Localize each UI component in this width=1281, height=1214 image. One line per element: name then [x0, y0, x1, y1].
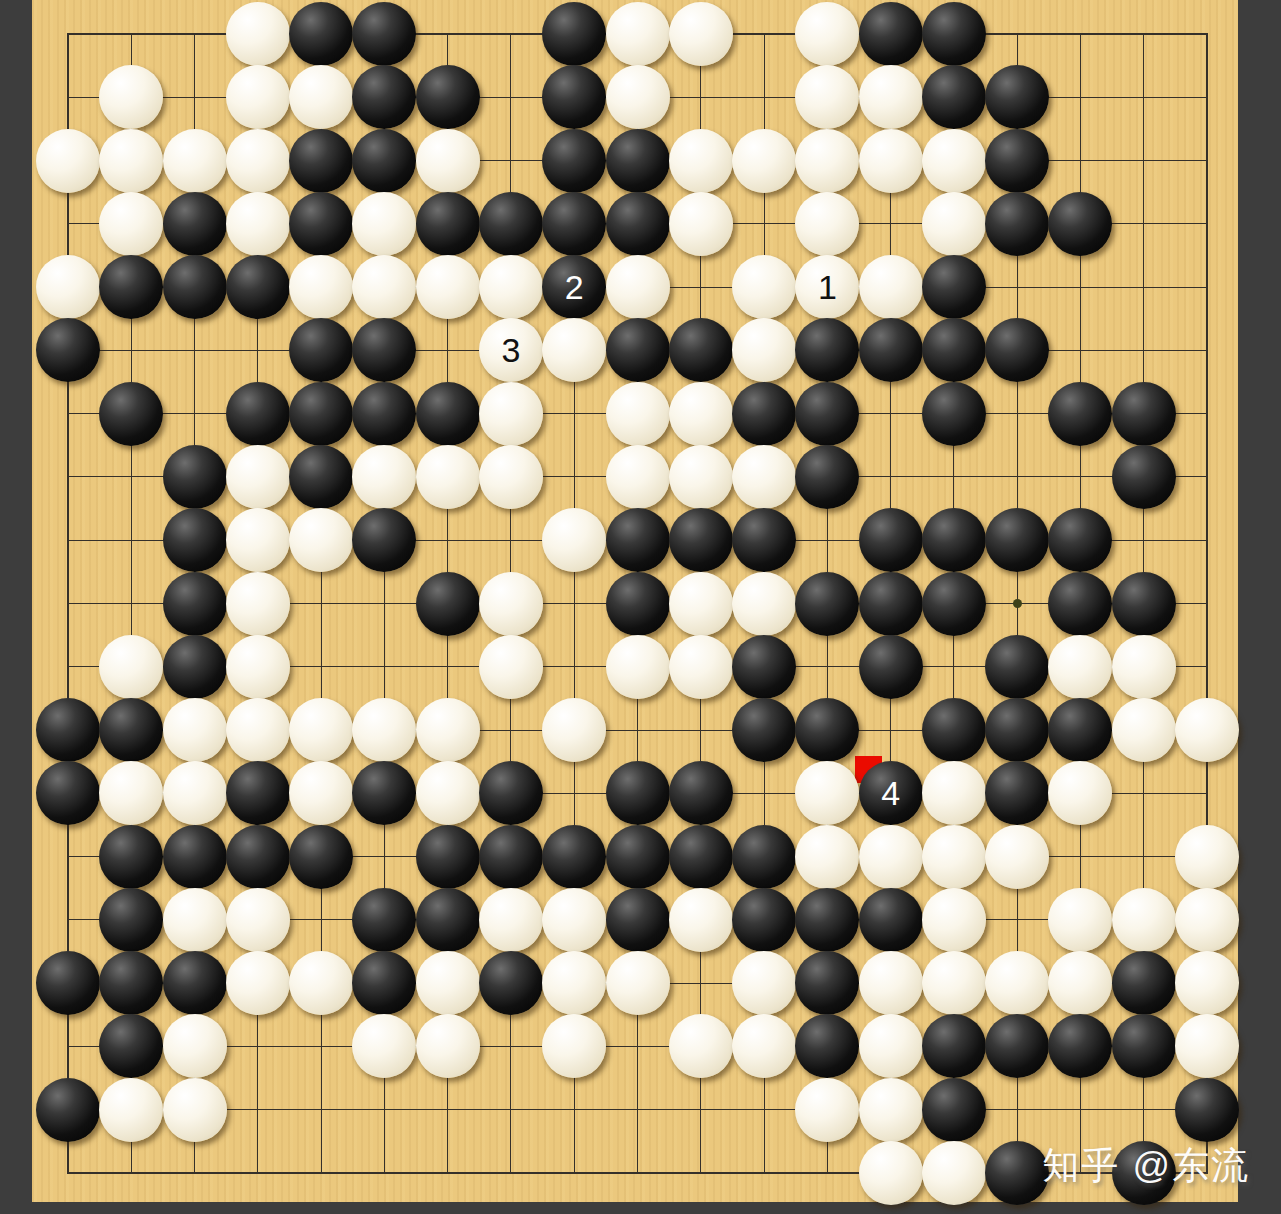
move-number-label: 3 [501, 333, 520, 367]
stone-black [1048, 698, 1112, 762]
stone-white [226, 698, 290, 762]
stone-white [732, 1014, 796, 1078]
stone-white [479, 382, 543, 446]
stone-black [669, 761, 733, 825]
stone-black [985, 635, 1049, 699]
stone-white [732, 129, 796, 193]
stone-black [985, 698, 1049, 762]
stone-black [795, 888, 859, 952]
stone-white [795, 2, 859, 66]
stone-black [1048, 1014, 1112, 1078]
stone-black [985, 1014, 1049, 1078]
stone-white [669, 192, 733, 256]
stone-white [1048, 761, 1112, 825]
stone-white [163, 888, 227, 952]
stone-black [795, 951, 859, 1015]
stone-black [606, 508, 670, 572]
stone-black [606, 572, 670, 636]
stone-black [922, 318, 986, 382]
stone-black [669, 318, 733, 382]
stone-white [99, 635, 163, 699]
stone-white [1175, 951, 1239, 1015]
stone-black [289, 318, 353, 382]
grid-line-horizontal [67, 1109, 1208, 1110]
stone-black [795, 382, 859, 446]
stone-black [416, 65, 480, 129]
stone-black [99, 698, 163, 762]
stone-black [1048, 508, 1112, 572]
stone-black [922, 1078, 986, 1142]
stone-black [732, 508, 796, 572]
stone-white [479, 572, 543, 636]
stone-white [922, 1141, 986, 1205]
stone-black-numbered: 2 [542, 255, 606, 319]
stone-white [1112, 635, 1176, 699]
stone-white [795, 1078, 859, 1142]
stone-white [669, 382, 733, 446]
stone-white [479, 888, 543, 952]
stone-white [416, 445, 480, 509]
stone-white [226, 2, 290, 66]
stone-white [922, 761, 986, 825]
stone-black [1048, 192, 1112, 256]
stone-black [922, 1014, 986, 1078]
stone-white [1048, 888, 1112, 952]
stone-white [99, 65, 163, 129]
stone-black [99, 255, 163, 319]
stone-white [226, 888, 290, 952]
stone-white [163, 1014, 227, 1078]
stone-white [416, 1014, 480, 1078]
stone-black [795, 1014, 859, 1078]
stone-black [985, 508, 1049, 572]
stone-black [985, 65, 1049, 129]
stone-white [795, 761, 859, 825]
stone-black [289, 2, 353, 66]
stone-black [163, 825, 227, 889]
stone-white [985, 825, 1049, 889]
stone-white [985, 951, 1049, 1015]
stone-black [859, 888, 923, 952]
stone-black [352, 318, 416, 382]
stone-white [352, 1014, 416, 1078]
stone-white [542, 698, 606, 762]
stone-white [352, 192, 416, 256]
stone-black [922, 508, 986, 572]
watermark-text: 知乎 @东流 [1042, 1141, 1250, 1191]
stone-black [289, 192, 353, 256]
stone-white [606, 255, 670, 319]
stone-white [289, 255, 353, 319]
stone-black [732, 635, 796, 699]
stone-white [163, 698, 227, 762]
stone-white [669, 129, 733, 193]
stone-black [226, 382, 290, 446]
stone-black [479, 192, 543, 256]
stone-white [352, 445, 416, 509]
stone-black [859, 635, 923, 699]
stone-black [795, 445, 859, 509]
move-number-label: 2 [565, 270, 584, 304]
stone-black [732, 382, 796, 446]
stone-white [163, 1078, 227, 1142]
stone-white [859, 1014, 923, 1078]
stone-white [289, 761, 353, 825]
go-board: 2134 [32, 0, 1238, 1202]
stone-black [163, 635, 227, 699]
stone-white [226, 572, 290, 636]
stone-white [859, 255, 923, 319]
stone-white [859, 1141, 923, 1205]
stone-black [479, 761, 543, 825]
stone-black [416, 572, 480, 636]
stone-black [352, 382, 416, 446]
stone-black [795, 572, 859, 636]
stone-white [99, 761, 163, 825]
stone-white [669, 1014, 733, 1078]
stone-black [163, 572, 227, 636]
stone-white [416, 255, 480, 319]
stone-white [1175, 888, 1239, 952]
stone-black [922, 65, 986, 129]
stone-white [36, 255, 100, 319]
stone-white [416, 698, 480, 762]
stone-black [99, 382, 163, 446]
stone-black [163, 951, 227, 1015]
stone-black [922, 2, 986, 66]
stone-white [479, 445, 543, 509]
stone-black [985, 129, 1049, 193]
stone-white [99, 129, 163, 193]
stone-white [226, 635, 290, 699]
stone-black [99, 951, 163, 1015]
stone-black [732, 825, 796, 889]
stone-black [416, 825, 480, 889]
go-diagram-page: 2134 知乎 @东流 [0, 0, 1281, 1214]
move-number-label: 1 [818, 270, 837, 304]
stone-black [669, 508, 733, 572]
stone-white [795, 825, 859, 889]
stone-white [289, 951, 353, 1015]
stone-black [542, 129, 606, 193]
stone-white [669, 635, 733, 699]
stone-black [416, 192, 480, 256]
stone-black [606, 888, 670, 952]
stone-black [289, 825, 353, 889]
stone-black [352, 508, 416, 572]
stone-white [922, 129, 986, 193]
stone-white [859, 825, 923, 889]
stone-black [226, 761, 290, 825]
stone-black [985, 318, 1049, 382]
stone-black [669, 825, 733, 889]
stone-white [606, 445, 670, 509]
stone-black [1112, 1014, 1176, 1078]
stone-white [226, 65, 290, 129]
stone-white [732, 255, 796, 319]
stone-black [859, 508, 923, 572]
stone-white [226, 951, 290, 1015]
stone-white [479, 255, 543, 319]
stone-white [99, 192, 163, 256]
stone-black [99, 1014, 163, 1078]
stone-white [1175, 698, 1239, 762]
stone-black [352, 951, 416, 1015]
stone-white [542, 318, 606, 382]
stone-black [226, 825, 290, 889]
stone-black [352, 888, 416, 952]
stone-white [542, 888, 606, 952]
stone-white [1175, 825, 1239, 889]
stone-white [795, 129, 859, 193]
stone-white [1112, 888, 1176, 952]
stone-white [163, 129, 227, 193]
stone-white [795, 192, 859, 256]
stone-black [859, 2, 923, 66]
stone-black [1112, 572, 1176, 636]
move-number-label: 4 [881, 776, 900, 810]
stone-white [606, 951, 670, 1015]
stone-white [732, 572, 796, 636]
stone-white [289, 698, 353, 762]
stone-black [1112, 445, 1176, 509]
stone-white [669, 572, 733, 636]
stone-black [606, 192, 670, 256]
stone-black [606, 318, 670, 382]
stone-black [352, 2, 416, 66]
stone-white [669, 445, 733, 509]
stone-black [352, 761, 416, 825]
stone-white [606, 635, 670, 699]
stone-black [226, 255, 290, 319]
stone-white [732, 951, 796, 1015]
stone-black [352, 65, 416, 129]
stone-white [99, 1078, 163, 1142]
stone-white [542, 951, 606, 1015]
stone-black [922, 572, 986, 636]
stone-white [352, 255, 416, 319]
stone-black [795, 698, 859, 762]
stone-white [226, 445, 290, 509]
stone-white [669, 888, 733, 952]
stone-black [416, 382, 480, 446]
stone-black [795, 318, 859, 382]
stone-black [416, 888, 480, 952]
stone-white [352, 698, 416, 762]
stone-black [542, 2, 606, 66]
stone-black [479, 825, 543, 889]
stone-white [36, 129, 100, 193]
stone-white [289, 508, 353, 572]
stone-black [542, 825, 606, 889]
stone-white [732, 318, 796, 382]
stone-black [922, 698, 986, 762]
stone-white [859, 65, 923, 129]
stone-white [795, 65, 859, 129]
stone-black [163, 508, 227, 572]
stone-white [226, 508, 290, 572]
stone-black [922, 382, 986, 446]
stone-black [1112, 951, 1176, 1015]
stone-white [289, 65, 353, 129]
stone-black [99, 825, 163, 889]
stone-black [542, 192, 606, 256]
stone-white [1048, 635, 1112, 699]
stone-white [922, 192, 986, 256]
stone-white [732, 445, 796, 509]
stone-black [289, 129, 353, 193]
stone-black [36, 698, 100, 762]
stone-white [859, 951, 923, 1015]
stone-white [226, 129, 290, 193]
stone-black [1175, 1078, 1239, 1142]
stone-black [352, 129, 416, 193]
stone-white [1175, 1014, 1239, 1078]
stone-black [606, 825, 670, 889]
stone-black [859, 318, 923, 382]
stone-black [985, 192, 1049, 256]
stone-black [606, 129, 670, 193]
stone-white [606, 382, 670, 446]
stone-white [922, 888, 986, 952]
stone-black [985, 761, 1049, 825]
stone-black [289, 382, 353, 446]
stone-white [542, 1014, 606, 1078]
stone-white [479, 635, 543, 699]
star-point [1013, 599, 1022, 608]
stone-black [922, 255, 986, 319]
stone-black [1048, 382, 1112, 446]
stone-white [922, 951, 986, 1015]
stone-white [859, 1078, 923, 1142]
stone-white [416, 129, 480, 193]
stone-black [479, 951, 543, 1015]
stone-black-numbered: 4 [859, 761, 923, 825]
stone-white [163, 761, 227, 825]
stone-white [416, 761, 480, 825]
stone-black [859, 572, 923, 636]
stone-white [859, 129, 923, 193]
stone-white-numbered: 1 [795, 255, 859, 319]
stone-white [542, 508, 606, 572]
stone-black [606, 761, 670, 825]
stone-black [732, 698, 796, 762]
stone-black [985, 1141, 1049, 1205]
stone-black [36, 761, 100, 825]
stone-black [163, 445, 227, 509]
stone-black [289, 445, 353, 509]
stone-white [669, 2, 733, 66]
stone-white [226, 192, 290, 256]
stone-white [606, 65, 670, 129]
stone-white [1048, 951, 1112, 1015]
stone-white-numbered: 3 [479, 318, 543, 382]
stone-black [163, 255, 227, 319]
stone-black [36, 951, 100, 1015]
stone-black [99, 888, 163, 952]
stone-black [163, 192, 227, 256]
stone-black [36, 318, 100, 382]
stone-white [416, 951, 480, 1015]
stone-black [36, 1078, 100, 1142]
stone-black [542, 65, 606, 129]
stone-black [1112, 382, 1176, 446]
stone-white [922, 825, 986, 889]
stone-black [1048, 572, 1112, 636]
stone-black [732, 888, 796, 952]
stone-white [606, 2, 670, 66]
stone-white [1112, 698, 1176, 762]
